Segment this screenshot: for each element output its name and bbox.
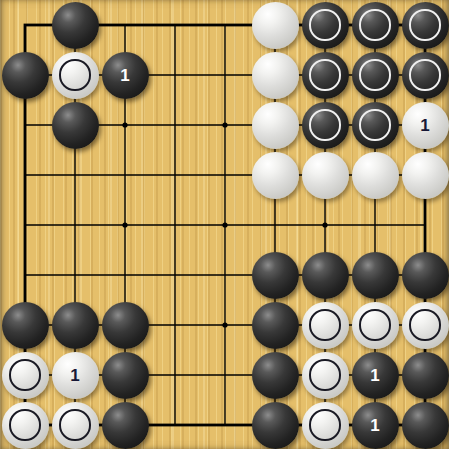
board-point[interactable]	[250, 250, 300, 300]
stone-black[interactable]	[252, 402, 299, 449]
stone-black[interactable]	[302, 2, 349, 49]
board-point[interactable]	[150, 350, 200, 400]
board-point[interactable]: 1	[350, 400, 400, 449]
board-point[interactable]	[200, 350, 250, 400]
stone-black[interactable]	[402, 2, 449, 49]
board-point[interactable]	[350, 300, 400, 350]
stone-white[interactable]	[302, 352, 349, 399]
board-point[interactable]: 1	[350, 350, 400, 400]
stone-black[interactable]: 1	[352, 352, 399, 399]
board-point[interactable]	[400, 150, 449, 200]
board-point[interactable]	[0, 350, 50, 400]
board-cells: 11111	[0, 0, 449, 449]
circle-mark	[309, 409, 340, 440]
stone-white[interactable]	[252, 52, 299, 99]
stone-white[interactable]	[2, 352, 49, 399]
stone-black[interactable]: 1	[352, 402, 399, 449]
board-point[interactable]	[300, 250, 350, 300]
stone-black[interactable]	[252, 352, 299, 399]
stone-black[interactable]	[352, 52, 399, 99]
board-point[interactable]	[50, 50, 100, 100]
move-number-label: 1	[370, 367, 379, 384]
stone-white[interactable]	[52, 402, 99, 449]
stone-white[interactable]	[402, 152, 449, 199]
stone-white[interactable]	[352, 152, 399, 199]
board-point[interactable]	[100, 250, 150, 300]
move-number-label: 1	[420, 117, 429, 134]
board-point[interactable]	[350, 100, 400, 150]
board-point[interactable]: 1	[400, 100, 449, 150]
board-point[interactable]	[200, 300, 250, 350]
board-point[interactable]	[300, 300, 350, 350]
board-point[interactable]	[100, 350, 150, 400]
stone-black[interactable]	[352, 252, 399, 299]
circle-mark	[309, 9, 340, 40]
stone-white[interactable]	[52, 52, 99, 99]
board-point[interactable]	[200, 250, 250, 300]
stone-black[interactable]	[302, 102, 349, 149]
stone-black[interactable]	[402, 52, 449, 99]
move-number-label: 1	[120, 67, 129, 84]
board-point[interactable]	[300, 400, 350, 449]
stone-white[interactable]	[252, 152, 299, 199]
stone-black[interactable]	[52, 2, 99, 49]
stone-black[interactable]	[52, 102, 99, 149]
circle-mark	[309, 109, 340, 140]
board-point[interactable]	[150, 200, 200, 250]
board-point[interactable]	[200, 150, 250, 200]
stone-black[interactable]	[2, 52, 49, 99]
circle-mark	[59, 59, 90, 90]
move-number-label: 1	[70, 367, 79, 384]
board-point[interactable]	[50, 150, 100, 200]
board-point[interactable]	[150, 50, 200, 100]
stone-white[interactable]: 1	[52, 352, 99, 399]
board-point[interactable]	[150, 0, 200, 50]
board-point[interactable]	[0, 100, 50, 150]
board-point[interactable]	[350, 250, 400, 300]
circle-mark	[309, 359, 340, 390]
board-point[interactable]	[50, 0, 100, 50]
board-point[interactable]	[0, 150, 50, 200]
board-point[interactable]	[100, 200, 150, 250]
board-point[interactable]	[0, 200, 50, 250]
board-point[interactable]	[50, 200, 100, 250]
stone-white[interactable]	[402, 302, 449, 349]
stone-black[interactable]	[352, 2, 399, 49]
board-point[interactable]	[400, 0, 449, 50]
board-point[interactable]	[200, 200, 250, 250]
stone-black[interactable]	[102, 302, 149, 349]
circle-mark	[9, 409, 40, 440]
board-point[interactable]	[100, 300, 150, 350]
board-point[interactable]	[250, 400, 300, 449]
stone-white[interactable]	[352, 302, 399, 349]
board-point[interactable]	[50, 100, 100, 150]
stone-white[interactable]	[302, 152, 349, 199]
stone-black[interactable]	[402, 402, 449, 449]
circle-mark	[409, 9, 440, 40]
stone-black[interactable]	[102, 402, 149, 449]
board-point[interactable]: 1	[100, 50, 150, 100]
circle-mark	[409, 59, 440, 90]
stone-black[interactable]: 1	[102, 52, 149, 99]
board-point[interactable]	[350, 50, 400, 100]
stone-white[interactable]	[252, 2, 299, 49]
board-point[interactable]	[150, 100, 200, 150]
board-point[interactable]	[300, 350, 350, 400]
circle-mark	[359, 109, 390, 140]
board-point[interactable]	[0, 400, 50, 449]
board-point[interactable]	[400, 400, 449, 449]
circle-mark	[359, 9, 390, 40]
stone-black[interactable]	[252, 252, 299, 299]
board-point[interactable]	[100, 400, 150, 449]
board-point[interactable]	[150, 250, 200, 300]
board-point[interactable]	[250, 350, 300, 400]
board-point[interactable]	[400, 300, 449, 350]
board-point[interactable]	[50, 250, 100, 300]
board-point[interactable]	[0, 50, 50, 100]
board-point[interactable]	[300, 50, 350, 100]
board-point[interactable]	[50, 300, 100, 350]
board-point[interactable]	[150, 300, 200, 350]
board-point[interactable]	[0, 250, 50, 300]
board-point[interactable]	[250, 100, 300, 150]
board-point[interactable]	[0, 0, 50, 50]
stone-black[interactable]	[402, 352, 449, 399]
board-point[interactable]	[300, 150, 350, 200]
board-point[interactable]	[250, 50, 300, 100]
board-point[interactable]	[150, 150, 200, 200]
board-point[interactable]	[150, 400, 200, 449]
board-point[interactable]: 1	[50, 350, 100, 400]
stone-white[interactable]	[302, 402, 349, 449]
stone-black[interactable]	[402, 252, 449, 299]
board-point[interactable]	[250, 200, 300, 250]
board-point[interactable]	[300, 100, 350, 150]
board-point[interactable]	[200, 0, 250, 50]
circle-mark	[409, 309, 440, 340]
stone-black[interactable]	[52, 302, 99, 349]
go-board: 11111	[0, 0, 449, 449]
board-point[interactable]	[300, 0, 350, 50]
stone-black[interactable]	[252, 302, 299, 349]
board-point[interactable]	[400, 250, 449, 300]
stone-black[interactable]	[102, 352, 149, 399]
board-point[interactable]	[100, 0, 150, 50]
circle-mark	[59, 409, 90, 440]
stone-black[interactable]	[302, 52, 349, 99]
stone-white[interactable]	[302, 302, 349, 349]
board-point[interactable]	[350, 200, 400, 250]
circle-mark	[309, 59, 340, 90]
board-point[interactable]	[0, 300, 50, 350]
circle-mark	[9, 359, 40, 390]
board-point[interactable]	[300, 200, 350, 250]
board-point[interactable]	[50, 400, 100, 449]
board-point[interactable]	[350, 150, 400, 200]
board-point[interactable]	[400, 50, 449, 100]
stone-black[interactable]	[352, 102, 399, 149]
stone-black[interactable]	[2, 302, 49, 349]
board-point[interactable]	[400, 350, 449, 400]
board-point[interactable]	[250, 150, 300, 200]
board-point[interactable]	[400, 200, 449, 250]
board-point[interactable]	[100, 100, 150, 150]
board-point[interactable]	[200, 400, 250, 449]
move-number-label: 1	[370, 417, 379, 434]
stone-white[interactable]: 1	[402, 102, 449, 149]
board-point[interactable]	[250, 300, 300, 350]
board-point[interactable]	[250, 0, 300, 50]
circle-mark	[359, 309, 390, 340]
stone-white[interactable]	[252, 102, 299, 149]
board-point[interactable]	[350, 0, 400, 50]
board-point[interactable]	[100, 150, 150, 200]
circle-mark	[309, 309, 340, 340]
circle-mark	[359, 59, 390, 90]
board-point[interactable]	[200, 50, 250, 100]
stone-black[interactable]	[302, 252, 349, 299]
stone-white[interactable]	[2, 402, 49, 449]
board-point[interactable]	[200, 100, 250, 150]
